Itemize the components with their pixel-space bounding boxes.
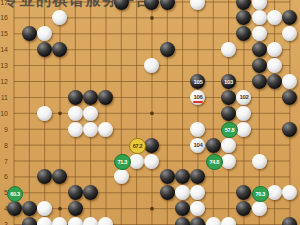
stone [68,90,83,105]
stone [221,138,236,153]
coord-label: 17 [0,0,8,6]
stone [252,201,267,216]
coord-label: 8 [0,142,8,149]
stone [206,138,221,153]
stone [22,201,37,216]
stone [144,138,159,153]
stone [22,217,37,225]
stone [252,74,267,89]
stone-move-number: 103 [224,79,233,85]
stone [68,201,83,216]
stone [221,217,236,225]
coord-label: 3 [0,221,8,225]
stone [83,106,98,121]
watermark-title: 专业的棋谱服务平台 [3,0,152,10]
stone [83,122,98,137]
stone [144,154,159,169]
coord-label: 7 [0,158,8,165]
coord-label: 16 [0,14,8,21]
ai-suggestion-green[interactable]: 70.3 [252,186,269,203]
stone [129,154,144,169]
stone [68,122,83,137]
last-move-underline [193,101,203,103]
ai-suggestion-green[interactable]: 71.3 [114,154,131,171]
stone [221,106,236,121]
stone [7,201,22,216]
stone-move-104: 104 [190,138,205,153]
stone [252,42,267,57]
coord-label: 15 [0,30,8,37]
stone [68,106,83,121]
ai-suggestion-green[interactable]: 74.8 [206,154,223,171]
stone [221,90,236,105]
stone-move-number: 105 [193,79,202,85]
stone [252,154,267,169]
coord-label: 13 [0,62,8,69]
coord-label: 11 [0,94,8,101]
ai-suggestion-gold[interactable]: 67.2 [129,138,146,155]
stone [160,185,175,200]
stone [83,90,98,105]
coord-label: 9 [0,126,8,133]
stone [252,0,267,10]
stone [252,26,267,41]
stone [68,217,83,225]
stone-move-number: 102 [239,94,248,100]
go-board[interactable]: 专业的棋谱服务平台 17161514131211109876543 105103… [0,0,300,225]
stone [252,58,267,73]
stone-move-number: 104 [193,142,202,148]
stone [221,154,236,169]
stone [37,106,52,121]
coord-label: 14 [0,46,8,53]
stone-move-number: 106 [193,94,202,100]
coord-label: 12 [0,78,8,85]
coord-label: 6 [0,173,8,180]
stone [160,42,175,57]
coord-label: 10 [0,110,8,117]
stone [206,217,221,225]
